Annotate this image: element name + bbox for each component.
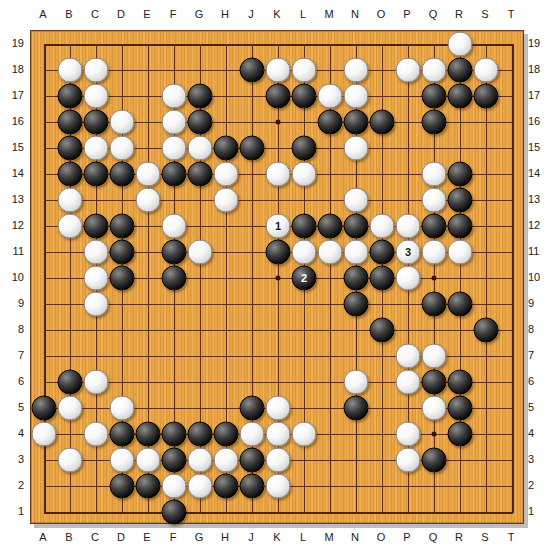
board-point-H13[interactable]	[213, 187, 239, 213]
board-point-Q2[interactable]	[421, 473, 447, 499]
board-point-J3[interactable]	[239, 447, 265, 473]
stone-black-K17[interactable]	[266, 84, 291, 109]
board-point-M2[interactable]	[317, 473, 343, 499]
stone-black-E2[interactable]	[136, 474, 161, 499]
stone-black-H2[interactable]	[214, 474, 239, 499]
board-point-C2[interactable]	[83, 473, 109, 499]
board-point-E3[interactable]	[135, 447, 161, 473]
board-point-B10[interactable]	[57, 265, 83, 291]
board-point-S3[interactable]	[473, 447, 499, 473]
board-point-H5[interactable]	[213, 395, 239, 421]
stone-white-H13[interactable]	[214, 188, 239, 213]
board-point-Q14[interactable]	[421, 161, 447, 187]
board-point-T5[interactable]	[499, 395, 525, 421]
board-point-F18[interactable]	[161, 57, 187, 83]
stone-white-F12[interactable]	[162, 214, 187, 239]
stone-white-P11-move-3[interactable]: 3	[396, 240, 421, 265]
stone-white-P12[interactable]	[396, 214, 421, 239]
board-point-F16[interactable]	[161, 109, 187, 135]
board-point-C16[interactable]	[83, 109, 109, 135]
board-point-R8[interactable]	[447, 317, 473, 343]
board-point-Q9[interactable]	[421, 291, 447, 317]
board-point-B5[interactable]	[57, 395, 83, 421]
board-point-R17[interactable]	[447, 83, 473, 109]
stone-black-M12[interactable]	[318, 214, 343, 239]
board-point-N19[interactable]	[343, 31, 369, 57]
stone-white-C15[interactable]	[84, 136, 109, 161]
board-point-G6[interactable]	[187, 369, 213, 395]
board-point-N11[interactable]	[343, 239, 369, 265]
stone-black-F10[interactable]	[162, 266, 187, 291]
stone-black-A5[interactable]	[32, 396, 57, 421]
stone-black-G16[interactable]	[188, 110, 213, 135]
board-point-T16[interactable]	[499, 109, 525, 135]
stone-white-N17[interactable]	[344, 84, 369, 109]
board-point-G12[interactable]	[187, 213, 213, 239]
board-point-B13[interactable]	[57, 187, 83, 213]
board-point-K7[interactable]	[265, 343, 291, 369]
board-point-P15[interactable]	[395, 135, 421, 161]
board-point-P6[interactable]	[395, 369, 421, 395]
board-point-R6[interactable]	[447, 369, 473, 395]
board-point-C9[interactable]	[83, 291, 109, 317]
board-point-S14[interactable]	[473, 161, 499, 187]
board-point-B14[interactable]	[57, 161, 83, 187]
board-point-R5[interactable]	[447, 395, 473, 421]
stone-white-K2[interactable]	[266, 474, 291, 499]
board-point-Q8[interactable]	[421, 317, 447, 343]
board-point-O2[interactable]	[369, 473, 395, 499]
stone-black-S17[interactable]	[474, 84, 499, 109]
stone-black-D10[interactable]	[110, 266, 135, 291]
board-point-F10[interactable]	[161, 265, 187, 291]
stone-black-Q3[interactable]	[422, 448, 447, 473]
stone-white-K4[interactable]	[266, 422, 291, 447]
stone-white-H14[interactable]	[214, 162, 239, 187]
board-point-B3[interactable]	[57, 447, 83, 473]
board-point-B18[interactable]	[57, 57, 83, 83]
stone-white-M11[interactable]	[318, 240, 343, 265]
board-point-G11[interactable]	[187, 239, 213, 265]
stone-black-O11[interactable]	[370, 240, 395, 265]
board-point-D14[interactable]	[109, 161, 135, 187]
board-point-Q18[interactable]	[421, 57, 447, 83]
board-point-L19[interactable]	[291, 31, 317, 57]
board-point-A2[interactable]	[31, 473, 57, 499]
board-point-Q15[interactable]	[421, 135, 447, 161]
stone-black-H4[interactable]	[214, 422, 239, 447]
board-point-P3[interactable]	[395, 447, 421, 473]
board-point-G5[interactable]	[187, 395, 213, 421]
board-point-O6[interactable]	[369, 369, 395, 395]
board-point-J15[interactable]	[239, 135, 265, 161]
board-point-K6[interactable]	[265, 369, 291, 395]
board-point-K12[interactable]: 1	[265, 213, 291, 239]
board-point-E6[interactable]	[135, 369, 161, 395]
board-point-H11[interactable]	[213, 239, 239, 265]
board-point-B4[interactable]	[57, 421, 83, 447]
board-point-K5[interactable]	[265, 395, 291, 421]
board-point-F6[interactable]	[161, 369, 187, 395]
board-point-D5[interactable]	[109, 395, 135, 421]
board-point-D17[interactable]	[109, 83, 135, 109]
board-point-C8[interactable]	[83, 317, 109, 343]
stone-white-J4[interactable]	[240, 422, 265, 447]
board-point-K18[interactable]	[265, 57, 291, 83]
board-point-B15[interactable]	[57, 135, 83, 161]
board-point-S16[interactable]	[473, 109, 499, 135]
board-point-G16[interactable]	[187, 109, 213, 135]
board-point-D19[interactable]	[109, 31, 135, 57]
board-point-D18[interactable]	[109, 57, 135, 83]
board-point-C17[interactable]	[83, 83, 109, 109]
board-point-Q10[interactable]	[421, 265, 447, 291]
board-point-Q4[interactable]	[421, 421, 447, 447]
stone-white-E14[interactable]	[136, 162, 161, 187]
stone-white-B18[interactable]	[58, 58, 83, 83]
board-point-J17[interactable]	[239, 83, 265, 109]
stone-black-O16[interactable]	[370, 110, 395, 135]
board-point-P2[interactable]	[395, 473, 421, 499]
stone-black-F1[interactable]	[162, 500, 187, 525]
board-point-J2[interactable]	[239, 473, 265, 499]
stone-white-C4[interactable]	[84, 422, 109, 447]
board-point-N2[interactable]	[343, 473, 369, 499]
board-point-D4[interactable]	[109, 421, 135, 447]
stone-white-Q5[interactable]	[422, 396, 447, 421]
board-point-K4[interactable]	[265, 421, 291, 447]
stone-white-N6[interactable]	[344, 370, 369, 395]
stone-white-Q14[interactable]	[422, 162, 447, 187]
board-point-L8[interactable]	[291, 317, 317, 343]
board-point-J1[interactable]	[239, 499, 265, 525]
board-point-J9[interactable]	[239, 291, 265, 317]
board-point-M16[interactable]	[317, 109, 343, 135]
board-point-L9[interactable]	[291, 291, 317, 317]
board-point-C11[interactable]	[83, 239, 109, 265]
stone-black-Q17[interactable]	[422, 84, 447, 109]
board-point-S1[interactable]	[473, 499, 499, 525]
board-point-A9[interactable]	[31, 291, 57, 317]
board-point-Q19[interactable]	[421, 31, 447, 57]
stone-black-J3[interactable]	[240, 448, 265, 473]
board-point-J16[interactable]	[239, 109, 265, 135]
board-point-C13[interactable]	[83, 187, 109, 213]
stone-white-F17[interactable]	[162, 84, 187, 109]
stone-white-Q7[interactable]	[422, 344, 447, 369]
board-point-M15[interactable]	[317, 135, 343, 161]
board-point-N5[interactable]	[343, 395, 369, 421]
board-point-K15[interactable]	[265, 135, 291, 161]
stone-black-F3[interactable]	[162, 448, 187, 473]
board-point-K17[interactable]	[265, 83, 291, 109]
stone-white-D16[interactable]	[110, 110, 135, 135]
stone-black-J15[interactable]	[240, 136, 265, 161]
board-point-N1[interactable]	[343, 499, 369, 525]
stone-white-Q18[interactable]	[422, 58, 447, 83]
stone-black-D11[interactable]	[110, 240, 135, 265]
board-point-O13[interactable]	[369, 187, 395, 213]
stone-black-G4[interactable]	[188, 422, 213, 447]
board-point-G7[interactable]	[187, 343, 213, 369]
stone-black-D4[interactable]	[110, 422, 135, 447]
board-point-K9[interactable]	[265, 291, 291, 317]
board-point-O17[interactable]	[369, 83, 395, 109]
board-point-K2[interactable]	[265, 473, 291, 499]
board-point-M4[interactable]	[317, 421, 343, 447]
stone-black-N10[interactable]	[344, 266, 369, 291]
board-point-E7[interactable]	[135, 343, 161, 369]
board-point-H7[interactable]	[213, 343, 239, 369]
stone-black-R14[interactable]	[448, 162, 473, 187]
board-point-T12[interactable]	[499, 213, 525, 239]
board-point-G18[interactable]	[187, 57, 213, 83]
board-point-H17[interactable]	[213, 83, 239, 109]
stone-white-C17[interactable]	[84, 84, 109, 109]
stone-black-D2[interactable]	[110, 474, 135, 499]
board-point-T7[interactable]	[499, 343, 525, 369]
board-point-A5[interactable]	[31, 395, 57, 421]
board-point-T9[interactable]	[499, 291, 525, 317]
board-point-Q16[interactable]	[421, 109, 447, 135]
stone-black-H15[interactable]	[214, 136, 239, 161]
stone-white-D15[interactable]	[110, 136, 135, 161]
board-point-H8[interactable]	[213, 317, 239, 343]
board-point-M5[interactable]	[317, 395, 343, 421]
board-point-F11[interactable]	[161, 239, 187, 265]
stone-black-M16[interactable]	[318, 110, 343, 135]
stone-white-C10[interactable]	[84, 266, 109, 291]
board-point-D13[interactable]	[109, 187, 135, 213]
stone-white-L14[interactable]	[292, 162, 317, 187]
stone-white-E3[interactable]	[136, 448, 161, 473]
stone-black-S8[interactable]	[474, 318, 499, 343]
stone-black-O10[interactable]	[370, 266, 395, 291]
board-point-O5[interactable]	[369, 395, 395, 421]
board-point-F13[interactable]	[161, 187, 187, 213]
stone-white-O12[interactable]	[370, 214, 395, 239]
board-point-P13[interactable]	[395, 187, 421, 213]
stone-black-B6[interactable]	[58, 370, 83, 395]
stone-white-F15[interactable]	[162, 136, 187, 161]
stone-white-K18[interactable]	[266, 58, 291, 83]
board-point-F1[interactable]	[161, 499, 187, 525]
board-point-A18[interactable]	[31, 57, 57, 83]
stone-black-C16[interactable]	[84, 110, 109, 135]
board-point-R9[interactable]	[447, 291, 473, 317]
stone-black-D14[interactable]	[110, 162, 135, 187]
board-point-T13[interactable]	[499, 187, 525, 213]
board-point-M18[interactable]	[317, 57, 343, 83]
board-point-M11[interactable]	[317, 239, 343, 265]
board-point-E8[interactable]	[135, 317, 161, 343]
board-point-K14[interactable]	[265, 161, 291, 187]
board-point-N17[interactable]	[343, 83, 369, 109]
stone-black-N16[interactable]	[344, 110, 369, 135]
board-point-P8[interactable]	[395, 317, 421, 343]
board-point-H10[interactable]	[213, 265, 239, 291]
board-point-Q6[interactable]	[421, 369, 447, 395]
stone-black-N9[interactable]	[344, 292, 369, 317]
board-point-L11[interactable]	[291, 239, 317, 265]
board-point-R3[interactable]	[447, 447, 473, 473]
board-point-K11[interactable]	[265, 239, 291, 265]
stone-black-J2[interactable]	[240, 474, 265, 499]
board-point-J6[interactable]	[239, 369, 265, 395]
board-point-L2[interactable]	[291, 473, 317, 499]
board-point-C6[interactable]	[83, 369, 109, 395]
board-point-F3[interactable]	[161, 447, 187, 473]
board-point-O11[interactable]	[369, 239, 395, 265]
board-point-C14[interactable]	[83, 161, 109, 187]
board-point-T3[interactable]	[499, 447, 525, 473]
board-point-K3[interactable]	[265, 447, 291, 473]
board-point-L14[interactable]	[291, 161, 317, 187]
board-point-M8[interactable]	[317, 317, 343, 343]
board-point-B17[interactable]	[57, 83, 83, 109]
board-point-O1[interactable]	[369, 499, 395, 525]
board-point-N18[interactable]	[343, 57, 369, 83]
stone-white-C11[interactable]	[84, 240, 109, 265]
board-point-N6[interactable]	[343, 369, 369, 395]
board-point-E15[interactable]	[135, 135, 161, 161]
stone-white-P6[interactable]	[396, 370, 421, 395]
board-point-C5[interactable]	[83, 395, 109, 421]
board-point-O8[interactable]	[369, 317, 395, 343]
stone-black-R6[interactable]	[448, 370, 473, 395]
board-point-O14[interactable]	[369, 161, 395, 187]
stone-white-B12[interactable]	[58, 214, 83, 239]
board-point-A13[interactable]	[31, 187, 57, 213]
board-point-A1[interactable]	[31, 499, 57, 525]
board-point-C1[interactable]	[83, 499, 109, 525]
board-point-S19[interactable]	[473, 31, 499, 57]
board-point-E14[interactable]	[135, 161, 161, 187]
stone-white-K3[interactable]	[266, 448, 291, 473]
board-point-F9[interactable]	[161, 291, 187, 317]
board-point-J8[interactable]	[239, 317, 265, 343]
board-point-E18[interactable]	[135, 57, 161, 83]
stone-black-J18[interactable]	[240, 58, 265, 83]
board-point-H19[interactable]	[213, 31, 239, 57]
stone-black-N5[interactable]	[344, 396, 369, 421]
board-point-A12[interactable]	[31, 213, 57, 239]
board-point-N12[interactable]	[343, 213, 369, 239]
board-point-H1[interactable]	[213, 499, 239, 525]
stone-black-L15[interactable]	[292, 136, 317, 161]
board-point-E9[interactable]	[135, 291, 161, 317]
stone-black-L10-move-2[interactable]: 2	[292, 266, 317, 291]
board-point-E2[interactable]	[135, 473, 161, 499]
board-point-Q3[interactable]	[421, 447, 447, 473]
board-point-T1[interactable]	[499, 499, 525, 525]
board-point-C7[interactable]	[83, 343, 109, 369]
stone-white-L18[interactable]	[292, 58, 317, 83]
board-point-T10[interactable]	[499, 265, 525, 291]
stone-white-A4[interactable]	[32, 422, 57, 447]
board-point-H18[interactable]	[213, 57, 239, 83]
board-point-L7[interactable]	[291, 343, 317, 369]
board-point-D7[interactable]	[109, 343, 135, 369]
board-point-L10[interactable]: 2	[291, 265, 317, 291]
board-point-F12[interactable]	[161, 213, 187, 239]
board-point-N10[interactable]	[343, 265, 369, 291]
stone-white-M17[interactable]	[318, 84, 343, 109]
stone-white-P10[interactable]	[396, 266, 421, 291]
board-point-M3[interactable]	[317, 447, 343, 473]
board-point-T17[interactable]	[499, 83, 525, 109]
board-point-S11[interactable]	[473, 239, 499, 265]
board-point-N7[interactable]	[343, 343, 369, 369]
board-point-B19[interactable]	[57, 31, 83, 57]
stone-white-N13[interactable]	[344, 188, 369, 213]
board-point-B12[interactable]	[57, 213, 83, 239]
board-point-K13[interactable]	[265, 187, 291, 213]
board-point-C19[interactable]	[83, 31, 109, 57]
board-point-G4[interactable]	[187, 421, 213, 447]
board-point-K8[interactable]	[265, 317, 291, 343]
board-point-O4[interactable]	[369, 421, 395, 447]
board-point-G13[interactable]	[187, 187, 213, 213]
stone-white-B5[interactable]	[58, 396, 83, 421]
board-point-M12[interactable]	[317, 213, 343, 239]
board-point-N14[interactable]	[343, 161, 369, 187]
board-point-B7[interactable]	[57, 343, 83, 369]
board-point-L12[interactable]	[291, 213, 317, 239]
stone-black-L12[interactable]	[292, 214, 317, 239]
board-point-F7[interactable]	[161, 343, 187, 369]
board-point-T11[interactable]	[499, 239, 525, 265]
stone-black-L17[interactable]	[292, 84, 317, 109]
board-point-G9[interactable]	[187, 291, 213, 317]
stone-black-R12[interactable]	[448, 214, 473, 239]
board-point-T18[interactable]	[499, 57, 525, 83]
board-point-A15[interactable]	[31, 135, 57, 161]
board-point-F19[interactable]	[161, 31, 187, 57]
stone-white-G15[interactable]	[188, 136, 213, 161]
board-point-E16[interactable]	[135, 109, 161, 135]
stone-white-N15[interactable]	[344, 136, 369, 161]
stone-black-Q16[interactable]	[422, 110, 447, 135]
board-point-S6[interactable]	[473, 369, 499, 395]
board-point-O9[interactable]	[369, 291, 395, 317]
board-point-O3[interactable]	[369, 447, 395, 473]
stone-black-C14[interactable]	[84, 162, 109, 187]
stone-black-B14[interactable]	[58, 162, 83, 187]
stone-white-L11[interactable]	[292, 240, 317, 265]
stone-black-B15[interactable]	[58, 136, 83, 161]
board-point-M19[interactable]	[317, 31, 343, 57]
board-point-F15[interactable]	[161, 135, 187, 161]
board-point-G2[interactable]	[187, 473, 213, 499]
board-point-F14[interactable]	[161, 161, 187, 187]
board-point-S5[interactable]	[473, 395, 499, 421]
board-point-F4[interactable]	[161, 421, 187, 447]
board-point-P11[interactable]: 3	[395, 239, 421, 265]
stone-black-R9[interactable]	[448, 292, 473, 317]
board-point-J14[interactable]	[239, 161, 265, 187]
board-point-Q17[interactable]	[421, 83, 447, 109]
stone-black-G17[interactable]	[188, 84, 213, 109]
board-point-R1[interactable]	[447, 499, 473, 525]
board-point-R18[interactable]	[447, 57, 473, 83]
board-point-P12[interactable]	[395, 213, 421, 239]
board-point-F8[interactable]	[161, 317, 187, 343]
board-point-S18[interactable]	[473, 57, 499, 83]
stone-black-Q12[interactable]	[422, 214, 447, 239]
board-point-N4[interactable]	[343, 421, 369, 447]
stone-black-R13[interactable]	[448, 188, 473, 213]
